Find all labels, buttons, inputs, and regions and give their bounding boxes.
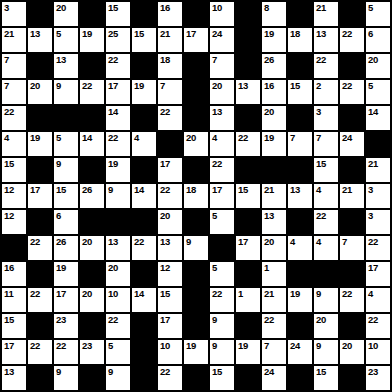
grid-cell[interactable]: 22 [262, 314, 286, 338]
black-cell [184, 288, 208, 312]
grid-cell[interactable]: 13 [28, 28, 52, 52]
grid-cell[interactable]: 15 [236, 184, 260, 208]
cell-code-number: 15 [238, 184, 248, 195]
black-cell [314, 262, 338, 286]
grid-cell[interactable]: 5 [366, 80, 390, 104]
grid-cell[interactable]: 12 [2, 210, 26, 234]
grid-cell[interactable]: 15 [132, 28, 156, 52]
grid-cell[interactable]: 13 [2, 366, 26, 390]
grid-cell[interactable]: 21 [314, 2, 338, 26]
cell-code-number: 22 [30, 236, 40, 247]
grid-cell[interactable]: 13 [158, 236, 182, 260]
cell-code-number: 4 [290, 236, 295, 247]
black-cell [366, 132, 390, 156]
black-cell [236, 28, 260, 52]
cell-code-number: 24 [290, 340, 300, 351]
grid-cell[interactable]: 20 [210, 80, 234, 104]
grid-cell[interactable]: 22 [314, 54, 338, 78]
cell-code-number: 22 [368, 236, 378, 247]
black-cell [184, 54, 208, 78]
grid-cell[interactable]: 17 [366, 262, 390, 286]
grid-cell[interactable]: 6 [54, 210, 78, 234]
cell-code-number: 22 [264, 314, 274, 325]
cell-code-number: 20 [186, 132, 196, 143]
grid-cell[interactable]: 22 [80, 80, 104, 104]
grid-cell[interactable]: 5 [54, 132, 78, 156]
cell-code-number: 26 [264, 54, 274, 65]
cell-code-number: 9 [186, 236, 191, 247]
grid-cell[interactable]: 19 [288, 288, 312, 312]
grid-cell[interactable]: 26 [262, 54, 286, 78]
black-cell [28, 366, 52, 390]
cell-code-number: 20 [212, 80, 222, 91]
grid-cell[interactable]: 22 [158, 366, 182, 390]
cell-code-number: 17 [4, 340, 14, 351]
grid-cell[interactable]: 5 [106, 340, 130, 364]
grid-cell[interactable]: 20 [366, 54, 390, 78]
cell-code-number: 8 [264, 2, 269, 13]
grid-cell[interactable]: 15 [106, 2, 130, 26]
grid-cell[interactable]: 17 [236, 236, 260, 260]
grid-cell[interactable]: 22 [366, 314, 390, 338]
black-cell [132, 158, 156, 182]
grid-cell[interactable]: 20 [28, 80, 52, 104]
grid-cell[interactable]: 22 [340, 80, 364, 104]
cell-code-number: 17 [238, 236, 248, 247]
grid-cell[interactable]: 11 [2, 288, 26, 312]
grid-cell[interactable]: 24 [210, 28, 234, 52]
grid-cell[interactable]: 8 [262, 2, 286, 26]
cell-code-number: 20 [82, 236, 92, 247]
grid-cell[interactable]: 5 [210, 210, 234, 234]
grid-cell[interactable]: 15 [314, 366, 338, 390]
grid-cell[interactable]: 10 [158, 340, 182, 364]
grid-cell[interactable]: 19 [54, 262, 78, 286]
grid-cell[interactable]: 10 [366, 340, 390, 364]
cell-code-number: 25 [108, 28, 118, 39]
cell-code-number: 22 [212, 158, 222, 169]
grid-cell[interactable]: 20 [54, 2, 78, 26]
grid-cell[interactable]: 17 [184, 28, 208, 52]
grid-cell[interactable]: 15 [2, 158, 26, 182]
grid-cell[interactable]: 17 [158, 158, 182, 182]
black-cell [288, 210, 312, 234]
cell-code-number: 13 [264, 210, 274, 221]
cell-code-number: 15 [108, 2, 118, 13]
cell-code-number: 17 [368, 262, 378, 273]
grid-cell[interactable]: 21 [366, 158, 390, 182]
cell-code-number: 23 [56, 314, 66, 325]
cell-code-number: 10 [368, 340, 378, 351]
grid-cell[interactable]: 26 [54, 236, 78, 260]
grid-cell[interactable]: 22 [106, 314, 130, 338]
black-cell [236, 158, 260, 182]
grid-cell[interactable]: 9 [210, 340, 234, 364]
cell-code-number: 4 [316, 236, 321, 247]
grid-cell[interactable]: 3 [314, 106, 338, 130]
grid-cell[interactable]: 13 [210, 106, 234, 130]
grid-cell[interactable]: 22 [2, 106, 26, 130]
grid-cell[interactable]: 4 [2, 132, 26, 156]
cell-code-number: 4 [368, 288, 373, 299]
grid-cell[interactable]: 23 [366, 366, 390, 390]
grid-cell[interactable]: 22 [28, 340, 52, 364]
grid-cell[interactable]: 21 [262, 288, 286, 312]
grid-cell[interactable]: 22 [314, 210, 338, 234]
grid-cell[interactable]: 24 [262, 366, 286, 390]
grid-cell[interactable]: 23 [54, 314, 78, 338]
grid-cell[interactable]: 19 [262, 28, 286, 52]
cell-code-number: 22 [212, 288, 222, 299]
black-cell [184, 106, 208, 130]
grid-cell[interactable]: 20 [262, 106, 286, 130]
grid-cell[interactable]: 21 [340, 184, 364, 208]
grid-cell[interactable]: 20 [184, 132, 208, 156]
black-cell [28, 106, 52, 130]
grid-cell[interactable]: 14 [106, 106, 130, 130]
grid-cell[interactable]: 20 [106, 262, 130, 286]
grid-cell[interactable]: 14 [132, 288, 156, 312]
cell-code-number: 19 [82, 28, 92, 39]
cell-code-number: 15 [160, 288, 170, 299]
grid-cell[interactable]: 1 [236, 288, 260, 312]
grid-cell[interactable]: 7 [210, 54, 234, 78]
grid-cell[interactable]: 21 [2, 28, 26, 52]
grid-cell[interactable]: 14 [366, 106, 390, 130]
grid-cell[interactable]: 1 [262, 262, 286, 286]
cell-code-number: 14 [134, 288, 144, 299]
grid-cell[interactable]: 12 [158, 262, 182, 286]
grid-cell[interactable]: 22 [106, 54, 130, 78]
cell-code-number: 21 [368, 158, 378, 169]
cell-code-number: 15 [4, 314, 14, 325]
grid-cell[interactable]: 9 [106, 366, 130, 390]
grid-cell[interactable]: 7 [288, 132, 312, 156]
cell-code-number: 16 [4, 262, 14, 273]
grid-cell[interactable]: 12 [2, 184, 26, 208]
cell-code-number: 21 [316, 2, 326, 13]
black-cell [2, 236, 26, 260]
black-cell [288, 366, 312, 390]
cell-code-number: 5 [212, 262, 217, 273]
black-cell [132, 366, 156, 390]
grid-cell[interactable]: 21 [158, 28, 182, 52]
grid-cell[interactable]: 2 [314, 80, 338, 104]
grid-cell[interactable]: 5 [54, 28, 78, 52]
cell-code-number: 13 [316, 28, 326, 39]
cell-code-number: 9 [212, 340, 217, 351]
grid-cell[interactable]: 4 [314, 184, 338, 208]
black-cell [28, 210, 52, 234]
cell-code-number: 13 [290, 184, 300, 195]
black-cell [288, 158, 312, 182]
cell-code-number: 14 [108, 106, 118, 117]
grid-cell[interactable]: 4 [288, 236, 312, 260]
grid-cell[interactable]: 17 [158, 314, 182, 338]
grid-cell[interactable]: 17 [2, 340, 26, 364]
grid-cell[interactable]: 20 [158, 210, 182, 234]
grid-cell[interactable]: 19 [80, 28, 104, 52]
cell-code-number: 4 [134, 132, 139, 143]
grid-cell[interactable]: 20 [262, 236, 286, 260]
grid-cell[interactable]: 7 [314, 132, 338, 156]
grid-cell[interactable]: 22 [236, 132, 260, 156]
cell-code-number: 14 [368, 106, 378, 117]
grid-cell[interactable]: 5 [210, 262, 234, 286]
grid-cell[interactable]: 13 [288, 184, 312, 208]
grid-cell[interactable]: 10 [106, 288, 130, 312]
cell-code-number: 5 [212, 210, 217, 221]
grid-cell[interactable]: 15 [314, 158, 338, 182]
cell-code-number: 12 [4, 210, 14, 221]
cell-code-number: 1 [238, 288, 243, 299]
grid-cell[interactable]: 9 [314, 340, 338, 364]
grid-cell[interactable]: 17 [54, 288, 78, 312]
cell-code-number: 9 [212, 314, 217, 325]
grid-cell[interactable]: 19 [262, 132, 286, 156]
grid-cell[interactable]: 9 [54, 80, 78, 104]
cell-code-number: 19 [108, 158, 118, 169]
cell-code-number: 9 [56, 158, 61, 169]
codeword-grid: 3201516108215211351925152117241918132267… [0, 0, 392, 392]
cell-code-number: 22 [4, 106, 14, 117]
cell-code-number: 1 [264, 262, 269, 273]
black-cell [236, 54, 260, 78]
grid-cell[interactable]: 24 [340, 132, 364, 156]
grid-cell[interactable]: 16 [2, 262, 26, 286]
grid-cell[interactable]: 17 [106, 80, 130, 104]
cell-code-number: 17 [56, 288, 66, 299]
grid-cell[interactable]: 17 [210, 184, 234, 208]
cell-code-number: 5 [56, 28, 61, 39]
black-cell [28, 158, 52, 182]
grid-cell[interactable]: 3 [366, 210, 390, 234]
grid-cell[interactable]: 23 [80, 340, 104, 364]
grid-cell[interactable]: 15 [210, 366, 234, 390]
grid-cell[interactable]: 13 [236, 80, 260, 104]
grid-cell[interactable]: 19 [132, 80, 156, 104]
cell-code-number: 20 [264, 236, 274, 247]
cell-code-number: 20 [108, 262, 118, 273]
cell-code-number: 19 [238, 340, 248, 351]
grid-cell[interactable]: 9 [314, 288, 338, 312]
grid-cell[interactable]: 9 [184, 236, 208, 260]
black-cell [28, 314, 52, 338]
grid-cell[interactable]: 19 [184, 340, 208, 364]
black-cell [236, 210, 260, 234]
grid-cell[interactable]: 18 [158, 54, 182, 78]
grid-cell[interactable]: 22 [210, 158, 234, 182]
cell-code-number: 21 [160, 28, 170, 39]
grid-cell[interactable]: 20 [80, 288, 104, 312]
cell-code-number: 16 [264, 80, 274, 91]
cell-code-number: 4 [212, 132, 217, 143]
grid-cell[interactable]: 15 [288, 80, 312, 104]
grid-cell[interactable]: 20 [80, 236, 104, 260]
grid-cell[interactable]: 3 [2, 2, 26, 26]
grid-cell[interactable]: 6 [366, 28, 390, 52]
grid-cell[interactable]: 19 [236, 340, 260, 364]
cell-code-number: 7 [290, 132, 295, 143]
cell-code-number: 16 [160, 2, 170, 13]
grid-cell[interactable]: 4 [366, 288, 390, 312]
grid-cell[interactable]: 10 [210, 2, 234, 26]
cell-code-number: 5 [56, 132, 61, 143]
black-cell [132, 106, 156, 130]
grid-cell[interactable]: 22 [54, 340, 78, 364]
cell-code-number: 5 [108, 340, 113, 351]
cell-code-number: 7 [160, 80, 165, 91]
black-cell [340, 54, 364, 78]
black-cell [80, 158, 104, 182]
cell-code-number: 10 [212, 2, 222, 13]
black-cell [288, 2, 312, 26]
black-cell [236, 314, 260, 338]
grid-cell[interactable]: 15 [158, 288, 182, 312]
cell-code-number: 6 [56, 210, 61, 221]
grid-cell[interactable]: 18 [184, 184, 208, 208]
cell-code-number: 19 [56, 262, 66, 273]
grid-cell[interactable]: 24 [288, 340, 312, 364]
grid-cell[interactable]: 17 [28, 184, 52, 208]
grid-cell[interactable]: 13 [262, 210, 286, 234]
grid-cell[interactable]: 22 [132, 236, 156, 260]
grid-cell[interactable]: 9 [54, 158, 78, 182]
black-cell [236, 106, 260, 130]
grid-cell[interactable]: 3 [366, 184, 390, 208]
grid-cell[interactable]: 22 [158, 184, 182, 208]
cell-code-number: 20 [30, 80, 40, 91]
cell-code-number: 22 [160, 106, 170, 117]
grid-cell[interactable]: 16 [158, 2, 182, 26]
grid-cell[interactable]: 20 [314, 314, 338, 338]
grid-cell[interactable]: 26 [80, 184, 104, 208]
grid-cell[interactable]: 7 [158, 80, 182, 104]
cell-code-number: 15 [316, 366, 326, 377]
cell-code-number: 17 [160, 314, 170, 325]
cell-code-number: 9 [56, 366, 61, 377]
cell-code-number: 15 [56, 184, 66, 195]
black-cell [106, 210, 130, 234]
cell-code-number: 22 [108, 54, 118, 65]
grid-cell[interactable]: 13 [106, 236, 130, 260]
cell-code-number: 18 [160, 54, 170, 65]
cell-code-number: 21 [342, 184, 352, 195]
cell-code-number: 13 [212, 106, 222, 117]
cell-code-number: 22 [316, 210, 326, 221]
grid-cell[interactable]: 7 [262, 340, 286, 364]
cell-code-number: 7 [264, 340, 269, 351]
cell-code-number: 15 [212, 366, 222, 377]
grid-cell[interactable]: 5 [366, 2, 390, 26]
grid-cell[interactable]: 22 [106, 132, 130, 156]
grid-cell[interactable]: 22 [28, 288, 52, 312]
cell-code-number: 21 [264, 184, 274, 195]
black-cell [340, 210, 364, 234]
black-cell [184, 314, 208, 338]
cell-code-number: 3 [316, 106, 321, 117]
grid-cell[interactable]: 4 [314, 236, 338, 260]
cell-code-number: 20 [342, 340, 352, 351]
cell-code-number: 24 [342, 132, 352, 143]
grid-cell[interactable]: 4 [210, 132, 234, 156]
grid-cell[interactable]: 15 [54, 184, 78, 208]
cell-code-number: 7 [316, 132, 321, 143]
cell-code-number: 5 [368, 80, 373, 91]
grid-cell[interactable]: 13 [314, 28, 338, 52]
cell-code-number: 14 [134, 184, 144, 195]
black-cell [80, 54, 104, 78]
grid-cell[interactable]: 20 [340, 340, 364, 364]
cell-code-number: 22 [56, 340, 66, 351]
cell-code-number: 4 [316, 184, 321, 195]
grid-cell[interactable]: 22 [340, 288, 364, 312]
cell-code-number: 18 [186, 184, 196, 195]
grid-cell[interactable]: 16 [262, 80, 286, 104]
black-cell [184, 262, 208, 286]
cell-code-number: 7 [212, 54, 217, 65]
cell-code-number: 22 [316, 54, 326, 65]
black-cell [340, 158, 364, 182]
black-cell [132, 2, 156, 26]
grid-cell[interactable]: 19 [28, 132, 52, 156]
grid-cell[interactable]: 13 [54, 54, 78, 78]
grid-cell[interactable]: 4 [132, 132, 156, 156]
cell-code-number: 7 [4, 54, 9, 65]
grid-cell[interactable]: 22 [28, 236, 52, 260]
grid-cell[interactable]: 7 [340, 236, 364, 260]
cell-code-number: 22 [238, 132, 248, 143]
grid-cell[interactable]: 22 [158, 106, 182, 130]
black-cell [80, 314, 104, 338]
grid-cell[interactable]: 25 [106, 28, 130, 52]
black-cell [340, 106, 364, 130]
cell-code-number: 22 [108, 314, 118, 325]
black-cell [184, 2, 208, 26]
black-cell [54, 106, 78, 130]
grid-cell[interactable]: 22 [340, 28, 364, 52]
grid-cell[interactable]: 22 [366, 236, 390, 260]
grid-cell[interactable]: 9 [54, 366, 78, 390]
black-cell [132, 210, 156, 234]
grid-cell[interactable]: 9 [210, 314, 234, 338]
cell-code-number: 15 [316, 158, 326, 169]
cell-code-number: 26 [82, 184, 92, 195]
grid-cell[interactable]: 9 [106, 184, 130, 208]
grid-cell[interactable]: 14 [80, 132, 104, 156]
grid-cell[interactable]: 14 [132, 184, 156, 208]
black-cell [288, 314, 312, 338]
grid-cell[interactable]: 7 [2, 54, 26, 78]
black-cell [262, 158, 286, 182]
cell-code-number: 20 [82, 288, 92, 299]
grid-cell[interactable]: 21 [262, 184, 286, 208]
grid-cell[interactable]: 22 [210, 288, 234, 312]
cell-code-number: 13 [238, 80, 248, 91]
cell-code-number: 19 [134, 80, 144, 91]
grid-cell[interactable]: 19 [106, 158, 130, 182]
grid-cell[interactable]: 7 [2, 80, 26, 104]
cell-code-number: 22 [342, 28, 352, 39]
cell-code-number: 3 [4, 2, 9, 13]
cell-code-number: 19 [186, 340, 196, 351]
cell-code-number: 22 [160, 366, 170, 377]
cell-code-number: 17 [186, 28, 196, 39]
grid-cell[interactable]: 18 [288, 28, 312, 52]
cell-code-number: 22 [108, 132, 118, 143]
grid-cell[interactable]: 15 [2, 314, 26, 338]
cell-code-number: 18 [290, 28, 300, 39]
